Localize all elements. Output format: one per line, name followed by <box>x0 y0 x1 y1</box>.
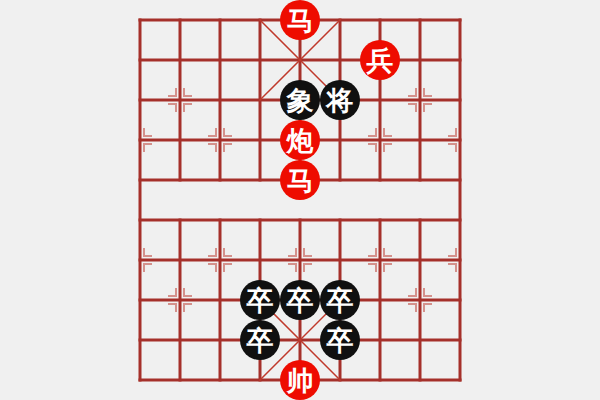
xiangqi-diagram: 马兵象将炮马卒卒卒卒卒帅 <box>0 0 600 400</box>
piece-red-horse[interactable]: 马 <box>280 0 320 40</box>
piece-red-cannon[interactable]: 炮 <box>280 120 320 160</box>
piece-black-elephant[interactable]: 象 <box>280 80 320 120</box>
piece-black-soldier[interactable]: 卒 <box>280 280 320 320</box>
piece-layer: 马兵象将炮马卒卒卒卒卒帅 <box>120 0 480 400</box>
piece-black-general[interactable]: 将 <box>320 80 360 120</box>
piece-red-horse[interactable]: 马 <box>280 160 320 200</box>
piece-black-soldier[interactable]: 卒 <box>240 280 280 320</box>
piece-red-soldier[interactable]: 兵 <box>360 40 400 80</box>
piece-black-soldier[interactable]: 卒 <box>320 280 360 320</box>
piece-black-soldier[interactable]: 卒 <box>240 320 280 360</box>
piece-red-general[interactable]: 帅 <box>280 360 320 400</box>
piece-black-soldier[interactable]: 卒 <box>320 320 360 360</box>
